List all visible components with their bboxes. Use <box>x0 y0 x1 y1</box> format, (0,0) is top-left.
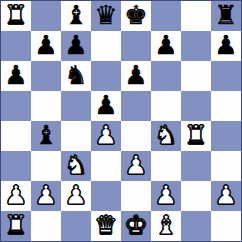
piece-black-bishop[interactable]: ♝ <box>34 122 57 148</box>
piece-white-knight[interactable]: ♞ <box>154 122 177 148</box>
square-a1[interactable]: ♜ <box>1 211 31 241</box>
square-c7[interactable]: ♟ <box>61 31 91 61</box>
square-g7[interactable] <box>181 31 211 61</box>
square-f7[interactable]: ♟ <box>151 31 181 61</box>
square-b4[interactable]: ♝ <box>31 121 61 151</box>
square-f8[interactable] <box>151 1 181 31</box>
square-a3[interactable] <box>1 151 31 181</box>
piece-white-knight[interactable]: ♞ <box>64 152 87 178</box>
piece-black-rook[interactable]: ♜ <box>214 2 237 28</box>
square-g3[interactable] <box>181 151 211 181</box>
piece-black-pawn[interactable]: ♟ <box>214 32 237 58</box>
piece-black-pawn[interactable]: ♟ <box>34 32 57 58</box>
piece-black-knight[interactable]: ♞ <box>64 62 87 88</box>
square-g2[interactable] <box>181 181 211 211</box>
piece-white-bishop[interactable]: ♝ <box>154 212 177 238</box>
piece-black-pawn[interactable]: ♟ <box>94 92 117 118</box>
square-g8[interactable] <box>181 1 211 31</box>
square-a5[interactable] <box>1 91 31 121</box>
square-h2[interactable]: ♟ <box>211 181 241 211</box>
piece-white-rook[interactable]: ♜ <box>4 2 27 28</box>
piece-white-king[interactable]: ♚ <box>124 212 147 238</box>
square-d2[interactable] <box>91 181 121 211</box>
square-d4[interactable]: ♟ <box>91 121 121 151</box>
piece-white-pawn[interactable]: ♟ <box>154 182 177 208</box>
square-h4[interactable] <box>211 121 241 151</box>
square-c5[interactable] <box>61 91 91 121</box>
square-h7[interactable]: ♟ <box>211 31 241 61</box>
square-d5[interactable]: ♟ <box>91 91 121 121</box>
square-f5[interactable] <box>151 91 181 121</box>
piece-white-queen[interactable]: ♛ <box>94 212 117 238</box>
square-a8[interactable]: ♜ <box>1 1 31 31</box>
square-h3[interactable] <box>211 151 241 181</box>
square-c1[interactable] <box>61 211 91 241</box>
square-c8[interactable]: ♝ <box>61 1 91 31</box>
piece-white-pawn[interactable]: ♟ <box>94 122 117 148</box>
square-a4[interactable] <box>1 121 31 151</box>
square-d6[interactable] <box>91 61 121 91</box>
square-b3[interactable] <box>31 151 61 181</box>
square-b1[interactable] <box>31 211 61 241</box>
square-e6[interactable]: ♟ <box>121 61 151 91</box>
square-g4[interactable]: ♜ <box>181 121 211 151</box>
square-b5[interactable] <box>31 91 61 121</box>
square-d1[interactable]: ♛ <box>91 211 121 241</box>
piece-black-pawn[interactable]: ♟ <box>64 32 87 58</box>
square-e3[interactable]: ♟ <box>121 151 151 181</box>
square-f3[interactable] <box>151 151 181 181</box>
square-e5[interactable] <box>121 91 151 121</box>
square-h6[interactable] <box>211 61 241 91</box>
square-c3[interactable]: ♞ <box>61 151 91 181</box>
square-h5[interactable] <box>211 91 241 121</box>
square-e8[interactable]: ♚ <box>121 1 151 31</box>
square-c2[interactable]: ♟ <box>61 181 91 211</box>
square-c6[interactable]: ♞ <box>61 61 91 91</box>
square-f4[interactable]: ♞ <box>151 121 181 151</box>
piece-black-bishop[interactable]: ♝ <box>64 2 87 28</box>
square-a2[interactable]: ♟ <box>1 181 31 211</box>
square-g6[interactable] <box>181 61 211 91</box>
square-f6[interactable] <box>151 61 181 91</box>
square-e7[interactable] <box>121 31 151 61</box>
square-a6[interactable]: ♟ <box>1 61 31 91</box>
piece-white-rook[interactable]: ♜ <box>4 212 27 238</box>
piece-black-pawn[interactable]: ♟ <box>154 32 177 58</box>
square-g1[interactable] <box>181 211 211 241</box>
square-h8[interactable]: ♜ <box>211 1 241 31</box>
square-b2[interactable]: ♟ <box>31 181 61 211</box>
piece-white-pawn[interactable]: ♟ <box>34 182 57 208</box>
piece-white-pawn[interactable]: ♟ <box>214 182 237 208</box>
square-d7[interactable] <box>91 31 121 61</box>
square-b8[interactable] <box>31 1 61 31</box>
square-c4[interactable] <box>61 121 91 151</box>
piece-black-pawn[interactable]: ♟ <box>4 62 27 88</box>
square-f1[interactable]: ♝ <box>151 211 181 241</box>
square-d3[interactable] <box>91 151 121 181</box>
piece-black-pawn[interactable]: ♟ <box>124 62 147 88</box>
piece-white-pawn[interactable]: ♟ <box>124 152 147 178</box>
square-e1[interactable]: ♚ <box>121 211 151 241</box>
piece-black-queen[interactable]: ♛ <box>94 2 117 28</box>
square-d8[interactable]: ♛ <box>91 1 121 31</box>
square-a7[interactable] <box>1 31 31 61</box>
square-e4[interactable] <box>121 121 151 151</box>
piece-white-pawn[interactable]: ♟ <box>4 182 27 208</box>
square-h1[interactable] <box>211 211 241 241</box>
square-b6[interactable] <box>31 61 61 91</box>
piece-black-king[interactable]: ♚ <box>124 2 147 28</box>
square-f2[interactable]: ♟ <box>151 181 181 211</box>
chess-board: ♜♝♛♚♜♟♟♟♟♟♞♟♟♝♟♞♜♞♟♟♟♟♟♟♜♛♚♝ <box>0 0 242 242</box>
square-e2[interactable] <box>121 181 151 211</box>
square-g5[interactable] <box>181 91 211 121</box>
piece-white-pawn[interactable]: ♟ <box>64 182 87 208</box>
square-b7[interactable]: ♟ <box>31 31 61 61</box>
piece-white-rook[interactable]: ♜ <box>184 122 207 148</box>
